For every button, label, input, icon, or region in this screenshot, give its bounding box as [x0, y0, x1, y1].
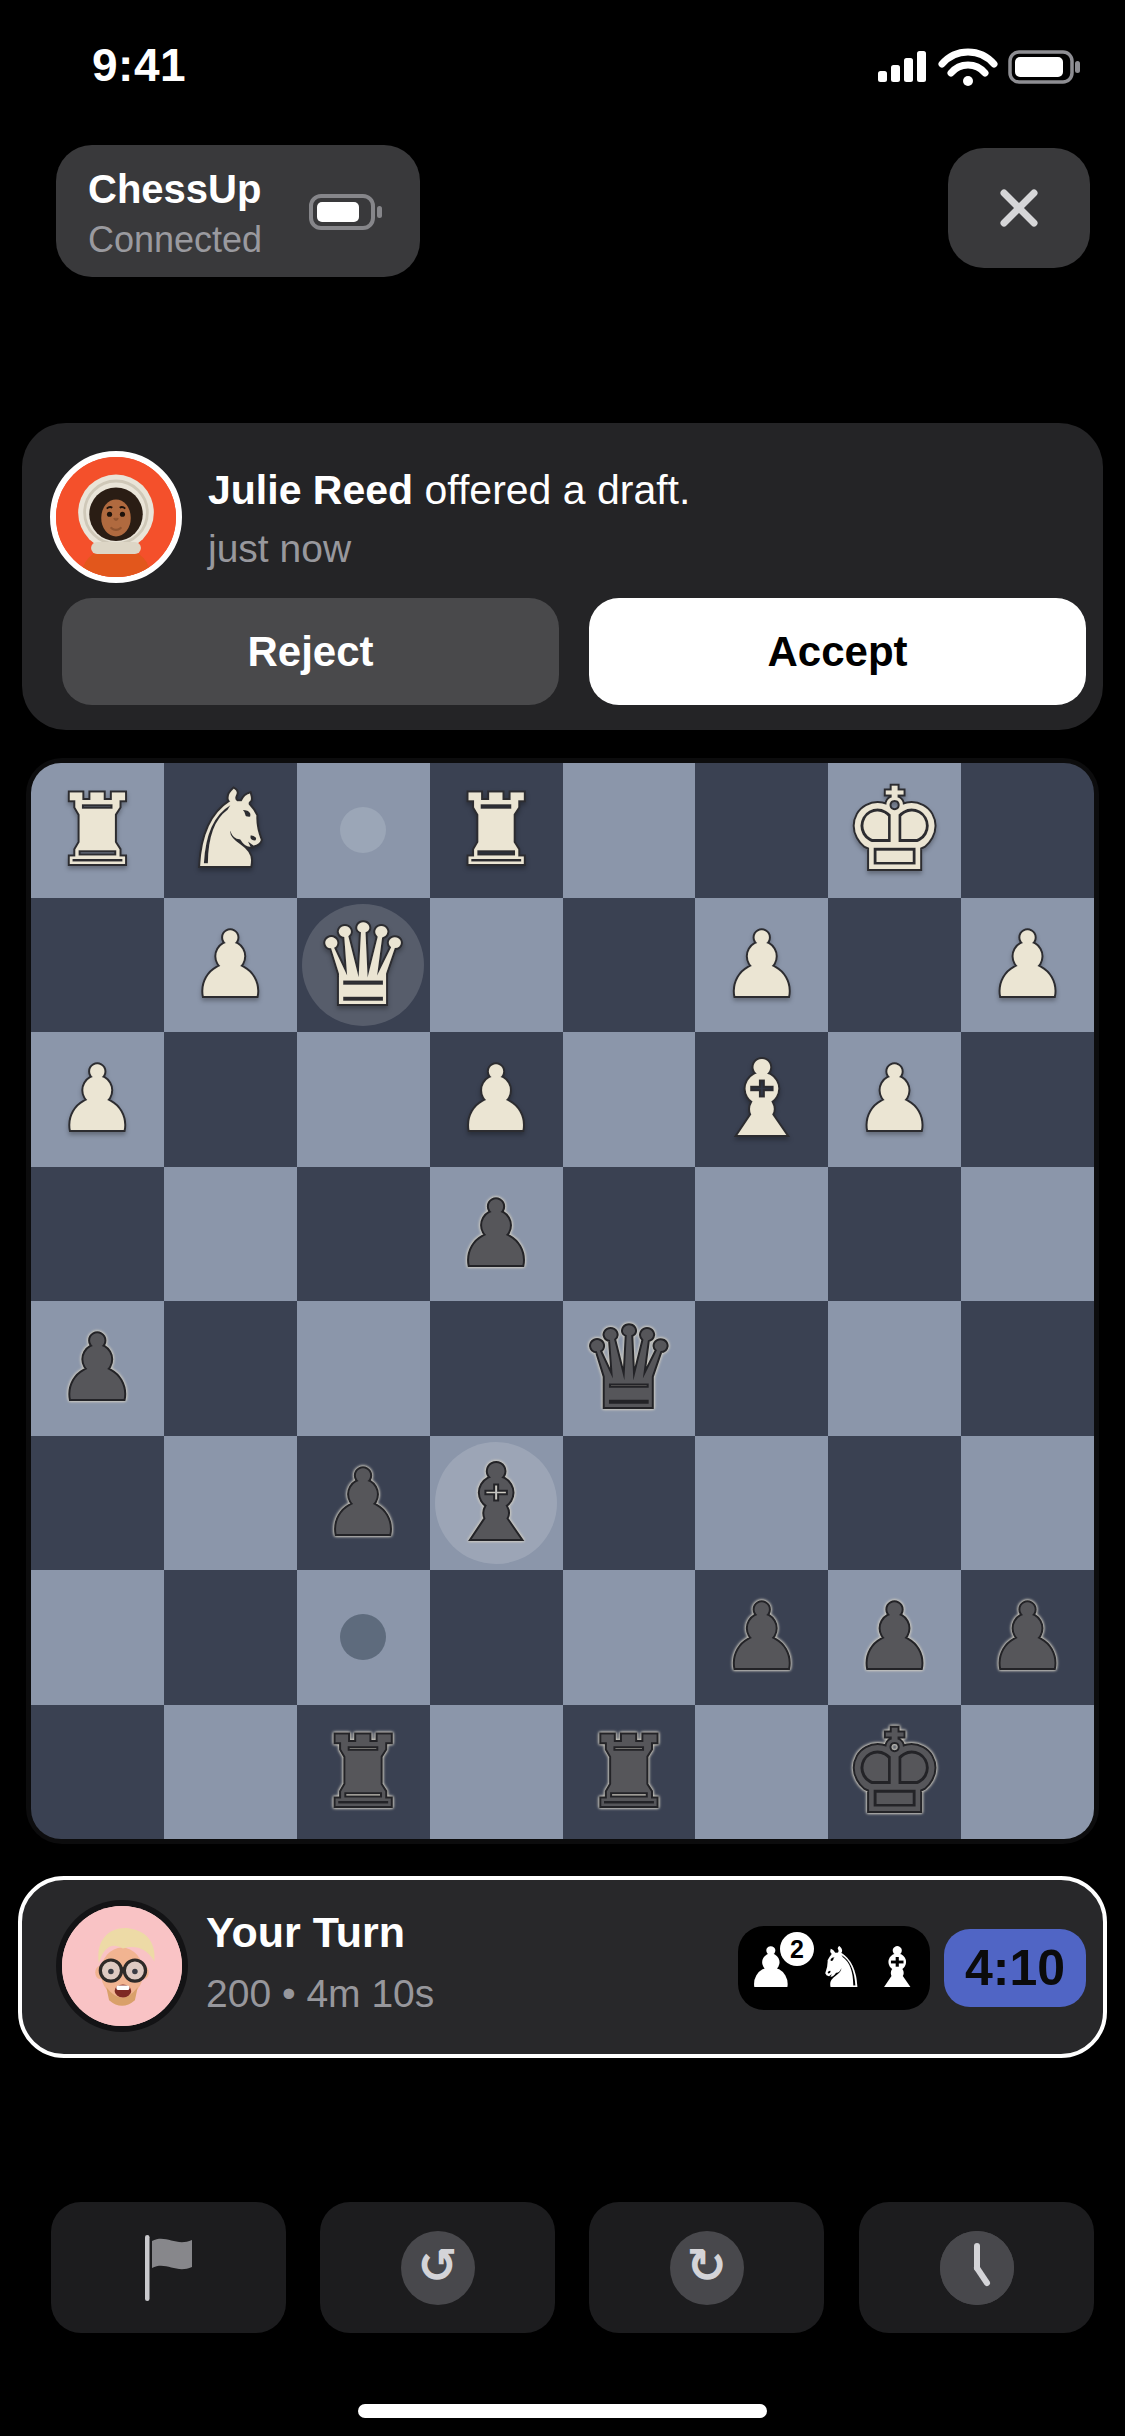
square-g5[interactable]: [164, 1301, 297, 1436]
square-f1[interactable]: [297, 763, 430, 898]
square-d4[interactable]: [563, 1167, 696, 1302]
black-pawn: ♟: [57, 1323, 138, 1413]
close-icon: [996, 185, 1042, 231]
player-bar: Your Turn 200 • 4m 10s ♟2♞♝ 4:10: [18, 1876, 1107, 2058]
move-dot: [340, 807, 386, 853]
square-b6[interactable]: [828, 1436, 961, 1571]
square-c2[interactable]: ♟: [695, 898, 828, 1033]
captured-tray: ♟2♞♝: [738, 1926, 930, 2010]
white-rook: ♜: [452, 781, 540, 879]
player-avatar: [56, 1900, 188, 2032]
square-h6[interactable]: [31, 1436, 164, 1571]
square-b1[interactable]: ♚: [828, 763, 961, 898]
black-rook: ♜: [319, 1723, 407, 1821]
square-b7[interactable]: ♟: [828, 1570, 961, 1705]
board-frame: ♜♞♜♚♟♛♟♟♟♟♝♟♟♟♛♟♝♟♟♟♜♜♚: [26, 758, 1099, 1844]
captured-knight: ♞: [816, 1940, 866, 1996]
square-d2[interactable]: [563, 898, 696, 1033]
accept-button[interactable]: Accept: [589, 598, 1086, 705]
square-f7[interactable]: [297, 1570, 430, 1705]
square-h7[interactable]: [31, 1570, 164, 1705]
clock-button[interactable]: [859, 2202, 1094, 2333]
square-g1[interactable]: ♞: [164, 763, 297, 898]
white-pawn: ♟: [57, 1054, 138, 1144]
white-pawn: ♟: [456, 1054, 537, 1144]
flag-icon: [138, 2231, 200, 2305]
clock-timer: 4:10: [944, 1929, 1086, 2007]
square-b5[interactable]: [828, 1301, 961, 1436]
captured-count-badge: 2: [780, 1932, 814, 1966]
white-pawn: ♟: [190, 920, 271, 1010]
redo-button[interactable]: ↻: [589, 2202, 824, 2333]
signal-icon: [878, 51, 926, 82]
square-c6[interactable]: [695, 1436, 828, 1571]
square-h3[interactable]: ♟: [31, 1032, 164, 1167]
square-a2[interactable]: ♟: [961, 898, 1094, 1033]
square-e7[interactable]: [430, 1570, 563, 1705]
device-status: Connected: [88, 219, 262, 261]
square-g8[interactable]: [164, 1705, 297, 1840]
square-g4[interactable]: [164, 1167, 297, 1302]
undo-button[interactable]: ↺: [320, 2202, 555, 2333]
square-g7[interactable]: [164, 1570, 297, 1705]
square-a8[interactable]: [961, 1705, 1094, 1840]
black-pawn: ♟: [721, 1592, 802, 1682]
square-f5[interactable]: [297, 1301, 430, 1436]
square-h5[interactable]: ♟: [31, 1301, 164, 1436]
square-a3[interactable]: [961, 1032, 1094, 1167]
square-g2[interactable]: ♟: [164, 898, 297, 1033]
square-d3[interactable]: [563, 1032, 696, 1167]
square-b8[interactable]: ♚: [828, 1705, 961, 1840]
turn-status: Your Turn: [206, 1908, 405, 1957]
black-pawn: ♟: [987, 1592, 1068, 1682]
square-f6[interactable]: ♟: [297, 1436, 430, 1571]
white-knight: ♞: [183, 777, 278, 883]
square-a7[interactable]: ♟: [961, 1570, 1094, 1705]
black-pawn: ♟: [854, 1592, 935, 1682]
square-f3[interactable]: [297, 1032, 430, 1167]
square-d1[interactable]: [563, 763, 696, 898]
black-pawn: ♟: [456, 1189, 537, 1279]
square-c7[interactable]: ♟: [695, 1570, 828, 1705]
square-h2[interactable]: [31, 898, 164, 1033]
clock-icon: [940, 2231, 1014, 2305]
battery-icon: [1010, 52, 1080, 82]
square-g6[interactable]: [164, 1436, 297, 1571]
square-f8[interactable]: ♜: [297, 1705, 430, 1840]
white-king: ♚: [844, 773, 946, 887]
opponent-avatar: [50, 451, 182, 583]
black-queen: ♛: [579, 1312, 679, 1424]
square-a5[interactable]: [961, 1301, 1094, 1436]
opponent-name: Julie Reed: [208, 467, 413, 513]
device-name: ChessUp: [88, 167, 261, 212]
square-e2[interactable]: [430, 898, 563, 1033]
square-c5[interactable]: [695, 1301, 828, 1436]
device-battery-icon: [308, 193, 388, 235]
close-button[interactable]: [948, 148, 1090, 268]
chess-board: ♜♞♜♚♟♛♟♟♟♟♝♟♟♟♛♟♝♟♟♟♜♜♚: [31, 763, 1094, 1839]
square-a1[interactable]: [961, 763, 1094, 898]
notification-text: Julie Reed offered a draft.: [208, 467, 690, 514]
square-d8[interactable]: ♜: [563, 1705, 696, 1840]
white-rook: ♜: [54, 781, 142, 879]
square-e3[interactable]: ♟: [430, 1032, 563, 1167]
notification-message: offered a draft.: [413, 467, 690, 513]
white-bishop: ♝: [715, 1047, 808, 1151]
square-e1[interactable]: ♜: [430, 763, 563, 898]
square-d7[interactable]: [563, 1570, 696, 1705]
square-f2[interactable]: ♛: [297, 898, 430, 1033]
square-e8[interactable]: [430, 1705, 563, 1840]
square-h4[interactable]: [31, 1167, 164, 1302]
redo-icon: ↻: [670, 2231, 744, 2305]
black-rook: ♜: [585, 1723, 673, 1821]
square-e4[interactable]: ♟: [430, 1167, 563, 1302]
status-time: 9:41: [92, 38, 186, 92]
resign-button[interactable]: [51, 2202, 286, 2333]
square-g3[interactable]: [164, 1032, 297, 1167]
reject-button[interactable]: Reject: [62, 598, 559, 705]
square-h1[interactable]: ♜: [31, 763, 164, 898]
white-pawn: ♟: [721, 920, 802, 1010]
square-e6[interactable]: ♝: [430, 1436, 563, 1571]
undo-icon: ↺: [401, 2231, 475, 2305]
square-d5[interactable]: ♛: [563, 1301, 696, 1436]
square-c1[interactable]: [695, 763, 828, 898]
square-c3[interactable]: ♝: [695, 1032, 828, 1167]
move-dot: [340, 1614, 386, 1660]
home-indicator[interactable]: [358, 2404, 767, 2418]
square-a6[interactable]: [961, 1436, 1094, 1571]
black-bishop: ♝: [449, 1451, 542, 1555]
wifi-icon: [942, 52, 994, 86]
black-king: ♚: [844, 1715, 946, 1829]
square-f4[interactable]: [297, 1167, 430, 1302]
square-c8[interactable]: [695, 1705, 828, 1840]
square-b3[interactable]: ♟: [828, 1032, 961, 1167]
captured-bishop: ♝: [872, 1940, 922, 1996]
square-a4[interactable]: [961, 1167, 1094, 1302]
square-b4[interactable]: [828, 1167, 961, 1302]
square-b2[interactable]: [828, 898, 961, 1033]
white-queen: ♛: [313, 909, 413, 1021]
device-pill[interactable]: ChessUp Connected: [56, 145, 420, 277]
white-pawn: ♟: [854, 1054, 935, 1144]
black-pawn: ♟: [323, 1458, 404, 1548]
notification-timestamp: just now: [208, 527, 351, 571]
player-meta: 200 • 4m 10s: [206, 1972, 434, 2016]
captured-pawn: ♟2: [746, 1940, 796, 1996]
draw-offer-notification: Julie Reed offered a draft. just now Rej…: [22, 423, 1103, 730]
white-pawn: ♟: [987, 920, 1068, 1010]
square-e5[interactable]: [430, 1301, 563, 1436]
square-h8[interactable]: [31, 1705, 164, 1840]
status-icons: [874, 46, 1090, 92]
square-d6[interactable]: [563, 1436, 696, 1571]
square-c4[interactable]: [695, 1167, 828, 1302]
